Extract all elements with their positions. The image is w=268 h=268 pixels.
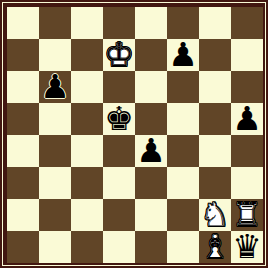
black-pawn[interactable]: ♟ bbox=[167, 39, 199, 71]
square-a7[interactable] bbox=[7, 39, 39, 71]
square-b8[interactable] bbox=[39, 7, 71, 39]
black-pawn[interactable]: ♟ bbox=[135, 135, 167, 167]
black-pawn-glyph: ♟ bbox=[39, 71, 71, 103]
square-d7[interactable]: ♚♔ bbox=[103, 39, 135, 71]
square-h8[interactable] bbox=[231, 7, 263, 39]
square-h1[interactable]: ♛ bbox=[231, 231, 263, 263]
square-b5[interactable] bbox=[39, 103, 71, 135]
square-d1[interactable] bbox=[103, 231, 135, 263]
black-king-glyph: ♚ bbox=[103, 103, 135, 135]
square-b3[interactable] bbox=[39, 167, 71, 199]
square-h4[interactable] bbox=[231, 135, 263, 167]
square-e4[interactable]: ♟ bbox=[135, 135, 167, 167]
square-e7[interactable] bbox=[135, 39, 167, 71]
black-king[interactable]: ♚ bbox=[103, 103, 135, 135]
black-queen[interactable]: ♛ bbox=[231, 231, 263, 263]
square-c7[interactable] bbox=[71, 39, 103, 71]
square-f1[interactable] bbox=[167, 231, 199, 263]
square-c6[interactable] bbox=[71, 71, 103, 103]
square-c1[interactable] bbox=[71, 231, 103, 263]
square-c8[interactable] bbox=[71, 7, 103, 39]
square-g1[interactable]: ♝♗ bbox=[199, 231, 231, 263]
square-b1[interactable] bbox=[39, 231, 71, 263]
square-a8[interactable] bbox=[7, 7, 39, 39]
square-c2[interactable] bbox=[71, 199, 103, 231]
white-bishop-outline: ♗ bbox=[199, 231, 231, 263]
square-g8[interactable] bbox=[199, 7, 231, 39]
square-e2[interactable] bbox=[135, 199, 167, 231]
chess-board: ♚♔♟♟♚♟♟♞♘♜♖♝♗♛ bbox=[7, 7, 263, 263]
square-f6[interactable] bbox=[167, 71, 199, 103]
square-f7[interactable]: ♟ bbox=[167, 39, 199, 71]
square-e1[interactable] bbox=[135, 231, 167, 263]
square-f5[interactable] bbox=[167, 103, 199, 135]
square-c5[interactable] bbox=[71, 103, 103, 135]
square-f4[interactable] bbox=[167, 135, 199, 167]
black-queen-glyph: ♛ bbox=[231, 231, 263, 263]
square-a4[interactable] bbox=[7, 135, 39, 167]
square-e8[interactable] bbox=[135, 7, 167, 39]
black-pawn-glyph: ♟ bbox=[167, 39, 199, 71]
square-b2[interactable] bbox=[39, 199, 71, 231]
square-a5[interactable] bbox=[7, 103, 39, 135]
square-g5[interactable] bbox=[199, 103, 231, 135]
square-a6[interactable] bbox=[7, 71, 39, 103]
square-b6[interactable]: ♟ bbox=[39, 71, 71, 103]
square-g7[interactable] bbox=[199, 39, 231, 71]
square-a1[interactable] bbox=[7, 231, 39, 263]
square-g6[interactable] bbox=[199, 71, 231, 103]
square-e6[interactable] bbox=[135, 71, 167, 103]
square-d4[interactable] bbox=[103, 135, 135, 167]
black-pawn-glyph: ♟ bbox=[135, 135, 167, 167]
square-d5[interactable]: ♚ bbox=[103, 103, 135, 135]
square-e3[interactable] bbox=[135, 167, 167, 199]
square-f3[interactable] bbox=[167, 167, 199, 199]
white-bishop[interactable]: ♝♗ bbox=[199, 231, 231, 263]
square-d3[interactable] bbox=[103, 167, 135, 199]
chess-board-frame: ♚♔♟♟♚♟♟♞♘♜♖♝♗♛ bbox=[0, 0, 268, 268]
black-pawn[interactable]: ♟ bbox=[39, 71, 71, 103]
square-c4[interactable] bbox=[71, 135, 103, 167]
square-d2[interactable] bbox=[103, 199, 135, 231]
square-b4[interactable] bbox=[39, 135, 71, 167]
square-c3[interactable] bbox=[71, 167, 103, 199]
square-h5[interactable]: ♟ bbox=[231, 103, 263, 135]
square-a3[interactable] bbox=[7, 167, 39, 199]
black-pawn[interactable]: ♟ bbox=[231, 103, 263, 135]
square-f2[interactable] bbox=[167, 199, 199, 231]
square-h7[interactable] bbox=[231, 39, 263, 71]
square-g4[interactable] bbox=[199, 135, 231, 167]
square-a2[interactable] bbox=[7, 199, 39, 231]
white-king[interactable]: ♚♔ bbox=[103, 39, 135, 71]
white-king-outline: ♔ bbox=[103, 39, 135, 71]
black-pawn-glyph: ♟ bbox=[231, 103, 263, 135]
